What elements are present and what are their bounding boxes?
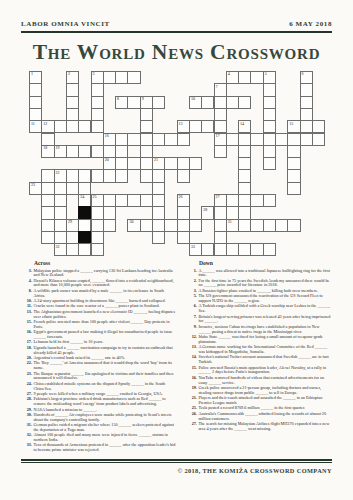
across-heading: Across — [34, 260, 176, 266]
clue-number: 5. — [186, 294, 199, 304]
grid-cell[interactable] — [103, 145, 116, 158]
clue-item: 32.Almost 100 people died and many more … — [21, 433, 176, 443]
grid-cell[interactable]: 7 — [214, 83, 227, 96]
grid-cell[interactable] — [152, 231, 165, 244]
clue-item: 15.Police arrested Russia's main opposit… — [186, 366, 332, 376]
grid-cell[interactable] — [287, 133, 300, 146]
grid-cell[interactable] — [263, 120, 276, 133]
grid-cell[interactable] — [54, 194, 67, 207]
grid-cell[interactable] — [238, 133, 251, 146]
clue-item: 33.Tens of thousands of Armenians protes… — [21, 443, 176, 453]
clue-number: 21. — [186, 396, 199, 406]
grid-cell[interactable] — [41, 133, 54, 146]
grid-cell[interactable] — [127, 133, 140, 146]
clue-item: 19.Greek police uncovered a 21-person gr… — [186, 386, 332, 396]
grid-cell[interactable] — [189, 157, 202, 170]
grid-cell[interactable] — [214, 120, 227, 133]
clue-number: 3. — [21, 269, 34, 279]
cell-number: 19 — [56, 146, 60, 150]
black-cell — [78, 231, 91, 244]
grid-cell[interactable] — [103, 206, 116, 219]
grid-cell[interactable] — [66, 96, 79, 109]
grid-cell[interactable] — [29, 108, 42, 121]
newspaper-page: LABOR OMNIA VINCIT 6 MAY 2018 The World … — [0, 0, 353, 454]
grid-cell[interactable] — [312, 133, 325, 146]
grid-cell[interactable]: 10 — [189, 96, 202, 109]
grid-cell[interactable] — [66, 108, 79, 121]
grid-cell[interactable] — [263, 133, 276, 146]
masthead: LABOR OMNIA VINCIT 6 MAY 2018 — [21, 20, 332, 33]
grid-cell[interactable] — [263, 243, 276, 256]
grid-cell[interactable]: 28 — [201, 206, 214, 219]
grid-cell[interactable] — [238, 182, 251, 195]
grid-cell[interactable] — [152, 182, 165, 195]
grid-cell[interactable]: 25 — [91, 194, 104, 207]
clue-item: 30.Hundreds of ______ Air employees wore… — [21, 413, 176, 423]
grid-cell[interactable]: 29 — [66, 219, 79, 232]
grid-cell[interactable] — [91, 96, 104, 109]
clue-item: 8.A wildlife park owner was mauled by a … — [21, 289, 176, 299]
down-heading: Down — [199, 260, 332, 266]
cell-number: 24 — [80, 195, 84, 199]
grid-cell[interactable] — [91, 120, 104, 133]
grid-cell[interactable]: 17 — [214, 133, 227, 146]
grid-cell[interactable] — [300, 96, 313, 109]
clue-text: For the first time in 75 years the Swedi… — [198, 279, 332, 289]
cell-number: 1 — [31, 72, 33, 76]
grid-cell[interactable] — [127, 194, 140, 207]
grid-cell[interactable] — [41, 169, 54, 182]
grid-cell[interactable] — [54, 120, 67, 133]
clue-item: 23.The Basque separatist ______ Eta apol… — [21, 372, 176, 382]
grid-cell[interactable]: 18 — [41, 145, 54, 158]
clue-text: Malaysian police stopped a ______ carryi… — [34, 269, 176, 279]
grid-cell[interactable] — [152, 194, 165, 207]
clue-text: Greek police uncovered a 21-person group… — [198, 386, 332, 396]
clue-text: China established missile systems on the… — [34, 382, 176, 392]
grid-cell[interactable] — [177, 157, 190, 170]
clue-number: 16. — [21, 330, 34, 340]
grid-cell[interactable] — [300, 120, 313, 133]
clue-number: 16. — [186, 376, 199, 386]
clue-number: 15. — [186, 366, 199, 376]
across-clues: Across 3.Malaysian police stopped a ____… — [21, 260, 176, 454]
cell-number: 13 — [179, 122, 183, 126]
clue-number: 33. — [21, 443, 34, 453]
clue-section: Across 3.Malaysian police stopped a ____… — [21, 260, 332, 454]
grid-cell[interactable] — [263, 145, 276, 158]
clue-item: 3.Malaysian police stopped a ______ carr… — [21, 269, 176, 279]
grid-cell[interactable]: 4 — [226, 71, 239, 84]
grid-cell[interactable] — [152, 96, 165, 109]
grid-cell[interactable] — [300, 108, 313, 121]
cell-number: 7 — [216, 85, 218, 89]
grid-cell[interactable] — [41, 231, 54, 244]
grid-cell[interactable] — [238, 157, 251, 170]
clue-item: 2.For the first time in 75 years the Swe… — [186, 279, 332, 289]
grid-cell[interactable] — [152, 133, 165, 146]
clue-item: 6.A Turkish cargo ship collided with a G… — [186, 304, 332, 314]
grid-cell[interactable] — [152, 169, 165, 182]
clue-number: 9. — [186, 325, 199, 335]
cell-number: 17 — [216, 134, 220, 138]
clue-item: 7.Britain's longest-serving prisoner was… — [186, 315, 332, 325]
grid-cell[interactable]: 26 — [177, 194, 190, 207]
grid-cell[interactable] — [238, 169, 251, 182]
grid-cell[interactable] — [91, 83, 104, 96]
clue-number: 15. — [21, 320, 34, 330]
grid-cell[interactable]: 33 — [189, 243, 202, 256]
clue-item: 28.Pakistan's largest province ordered d… — [21, 397, 176, 407]
grid-cell[interactable] — [140, 157, 153, 170]
grid-cell[interactable] — [140, 194, 153, 207]
clue-text: Egypt's government passed a law making i… — [34, 330, 176, 340]
grid-cell[interactable] — [250, 133, 263, 146]
grid-cell[interactable] — [300, 83, 313, 96]
grid-cell[interactable] — [238, 96, 251, 109]
grid-cell[interactable] — [300, 133, 313, 146]
grid-cell[interactable] — [201, 120, 214, 133]
grid-cell[interactable] — [140, 145, 153, 158]
clue-text: Invasive, noxious Cuban treefrogs have e… — [198, 325, 332, 335]
grid-cell[interactable] — [226, 194, 239, 207]
grid-cell[interactable] — [66, 120, 79, 133]
grid-cell[interactable] — [41, 219, 54, 232]
grid-cell[interactable] — [164, 219, 177, 232]
grid-cell[interactable] — [238, 194, 251, 207]
grid-cell[interactable]: 8 — [115, 96, 128, 109]
clue-number: 13. — [186, 345, 199, 355]
grid-cell[interactable] — [263, 108, 276, 121]
clue-text: Almost 100 people died and many more wer… — [34, 433, 176, 443]
grid-cell[interactable] — [214, 96, 227, 109]
clue-number: 31. — [21, 423, 34, 433]
grid-cell[interactable] — [54, 206, 67, 219]
grid-cell[interactable] — [66, 182, 79, 195]
grid-cell[interactable] — [115, 71, 128, 84]
clue-number: 30. — [21, 413, 34, 423]
grid-cell[interactable] — [177, 231, 190, 244]
grid-cell[interactable] — [250, 194, 263, 207]
clue-number: 28. — [21, 397, 34, 407]
grid-cell[interactable] — [91, 243, 104, 256]
grid-cell[interactable] — [41, 182, 54, 195]
grid-cell[interactable] — [214, 219, 227, 232]
clue-text: Australia's Commonwealth ______ admitted… — [198, 412, 332, 422]
grid-cell[interactable]: 22 — [54, 169, 67, 182]
clue-number: 24. — [21, 382, 34, 392]
cell-number: 4 — [228, 72, 230, 76]
clue-text: Britain's longest-serving prisoner was r… — [198, 315, 332, 325]
clue-item: 12.Idaho State ______ was fined for losi… — [186, 335, 332, 345]
clue-item: 27.The search for missing Malaysian Airl… — [186, 422, 332, 432]
masthead-date: 6 MAY 2018 — [289, 20, 332, 28]
cell-number: 21 — [154, 158, 158, 162]
grid-cell[interactable] — [275, 219, 288, 232]
clue-text: The search for missing Malaysian Airline… — [198, 422, 332, 432]
grid-cell[interactable] — [238, 206, 251, 219]
grid-cell[interactable]: 5 — [263, 71, 276, 84]
grid-cell[interactable] — [140, 120, 153, 133]
grid-cell[interactable] — [263, 194, 276, 207]
clue-text: Tens of thousands of Armenians protested… — [34, 443, 176, 453]
clue-number: 12. — [186, 335, 199, 345]
grid-cell[interactable] — [140, 169, 153, 182]
grid-cell[interactable] — [103, 194, 116, 207]
cell-number: 28 — [203, 208, 207, 212]
clue-number: 32. — [21, 433, 34, 443]
grid-cell[interactable] — [177, 206, 190, 219]
clue-text: A ______ was allowed into a traditional … — [198, 269, 332, 279]
grid-cell[interactable] — [140, 133, 153, 146]
cell-number: 12 — [43, 122, 47, 126]
grid-cell[interactable] — [115, 133, 128, 146]
cell-number: 10 — [191, 97, 195, 101]
clue-number: 4. — [21, 279, 34, 289]
grid-cell[interactable] — [287, 157, 300, 170]
grid-cell[interactable] — [250, 71, 263, 84]
grid-cell[interactable] — [140, 108, 153, 121]
grid-cell[interactable] — [177, 133, 190, 146]
grid-cell[interactable] — [250, 219, 263, 232]
clue-item: 22.The 'Boy ______' of America announced… — [21, 361, 176, 371]
grid-cell[interactable] — [78, 219, 91, 232]
grid-cell[interactable] — [201, 243, 214, 256]
grid-cell[interactable] — [91, 231, 104, 244]
grid-cell[interactable] — [226, 96, 239, 109]
grid-cell[interactable] — [78, 145, 91, 158]
clue-text: The Afghanistan government launched a ne… — [34, 310, 176, 320]
down-clues: Down 1.A ______ was allowed into a tradi… — [186, 260, 332, 454]
clue-item: 18.Uganda launched a ______ vaccination … — [21, 346, 176, 356]
cell-number: 20 — [105, 158, 109, 162]
grid-cell[interactable] — [263, 83, 276, 96]
grid-cell[interactable] — [103, 71, 116, 84]
grid-cell[interactable]: 16 — [103, 133, 116, 146]
clue-number: 19. — [186, 386, 199, 396]
grid-cell[interactable]: 11 — [29, 120, 42, 133]
grid-cell[interactable]: 6 — [300, 71, 313, 84]
grid-cell[interactable]: 14 — [238, 120, 251, 133]
clue-item: 31.German police raided a migrant shelte… — [21, 423, 176, 433]
clue-text: A wildlife park owner was mauled by a ma… — [34, 289, 176, 299]
grid-cell[interactable] — [66, 83, 79, 96]
cell-number: 11 — [31, 122, 35, 126]
grid-cell[interactable]: 12 — [41, 120, 54, 133]
grid-cell[interactable] — [140, 219, 153, 232]
clue-text: Police arrested Russia's main opposition… — [198, 366, 332, 376]
grid-cell[interactable] — [91, 219, 104, 232]
grid-cell[interactable] — [54, 219, 67, 232]
grid-cell[interactable] — [226, 133, 239, 146]
cell-number: 31 — [228, 220, 232, 224]
cell-number: 3 — [93, 72, 95, 76]
grid-cell[interactable] — [127, 157, 140, 170]
grid-cell[interactable] — [226, 206, 239, 219]
clue-number: 22. — [21, 361, 34, 371]
grid-cell[interactable]: 1 — [29, 71, 42, 84]
grid-cell[interactable] — [275, 133, 288, 146]
grid-cell[interactable] — [214, 243, 227, 256]
across-list: 3.Malaysian police stopped a ______ carr… — [21, 269, 176, 454]
grid-cell[interactable] — [54, 231, 67, 244]
grid-cell[interactable] — [214, 206, 227, 219]
grid-cell[interactable]: 9 — [140, 96, 153, 109]
grid-cell[interactable] — [115, 169, 128, 182]
clue-text: German police raided a migrant shelter w… — [34, 423, 176, 433]
grid-cell[interactable]: 15 — [287, 120, 300, 133]
clue-number: 2. — [186, 279, 199, 289]
grid-cell[interactable]: 23 — [29, 182, 42, 195]
grid-cell[interactable] — [238, 243, 251, 256]
grid-cell[interactable] — [78, 182, 91, 195]
grid-cell[interactable] — [115, 145, 128, 158]
grid-cell[interactable] — [78, 120, 91, 133]
cell-number: 2 — [68, 72, 70, 76]
grid-cell[interactable] — [238, 71, 251, 84]
clue-text: A Turkish cargo ship collided with a Gre… — [198, 304, 332, 314]
grid-cell[interactable] — [29, 96, 42, 109]
grid-cell[interactable] — [287, 169, 300, 182]
cell-number: 30 — [129, 220, 133, 224]
grid-cell[interactable] — [214, 108, 227, 121]
grid-cell[interactable] — [115, 194, 128, 207]
grid-cell[interactable]: 30 — [127, 219, 140, 232]
grid-cell[interactable] — [189, 219, 202, 232]
clue-item: 1.A ______ was allowed into a traditiona… — [186, 269, 332, 279]
grid-cell[interactable] — [152, 219, 165, 232]
grid-cell[interactable] — [78, 243, 91, 256]
grid-cell[interactable] — [177, 169, 190, 182]
cell-number: 6 — [302, 72, 304, 76]
cell-number: 18 — [43, 146, 47, 150]
grid-cell[interactable] — [263, 157, 276, 170]
grid-cell[interactable] — [214, 231, 227, 244]
crossword-grid: 1234567891011121314151617181920212223242… — [29, 71, 324, 255]
grid-cell[interactable]: 21 — [152, 157, 165, 170]
clue-text: Hawaii's Kilauea volcano erupted, ______… — [34, 279, 176, 289]
clue-number: 1. — [186, 269, 199, 279]
clue-item: 13.The Afghanistan government launched a… — [21, 310, 176, 320]
grid-cell[interactable]: 31 — [226, 219, 239, 232]
page-footer: © 2018, THE KOMIŽA CROSSWORD COMPANY — [21, 459, 332, 474]
clue-item: 13.A German nurse working for the Intern… — [186, 345, 332, 355]
grid-cell[interactable] — [66, 243, 79, 256]
grid-cell[interactable] — [41, 206, 54, 219]
grid-cell[interactable] — [164, 133, 177, 146]
grid-cell[interactable] — [91, 108, 104, 121]
down-list: 1.A ______ was allowed into a traditiona… — [186, 269, 332, 432]
grid-cell[interactable] — [54, 182, 67, 195]
clue-text: YouTube removed hundreds of videos that … — [198, 376, 332, 386]
grid-cell[interactable] — [312, 120, 325, 133]
clue-number: 18. — [21, 346, 34, 356]
cell-number: 14 — [240, 122, 244, 126]
grid-cell[interactable] — [164, 157, 177, 170]
grid-cell[interactable]: 24 — [78, 194, 91, 207]
cell-number: 32 — [56, 245, 60, 249]
grid-cell[interactable] — [287, 145, 300, 158]
grid-cell[interactable] — [238, 145, 251, 158]
clue-number: 26. — [186, 412, 199, 422]
black-cell — [78, 206, 91, 219]
grid-cell[interactable]: 2 — [66, 71, 79, 84]
grid-cell[interactable] — [127, 71, 140, 84]
grid-cell[interactable] — [66, 145, 79, 158]
grid-cell[interactable] — [226, 243, 239, 256]
clue-text: The US government announced the reactiva… — [198, 294, 332, 304]
grid-cell[interactable] — [152, 206, 165, 219]
grid-cell[interactable] — [91, 169, 104, 182]
grid-cell[interactable]: 27 — [214, 194, 227, 207]
grid-cell[interactable] — [177, 219, 190, 232]
clue-number: 23. — [21, 372, 34, 382]
grid-cell[interactable]: 32 — [54, 243, 67, 256]
cell-number: 5 — [265, 72, 267, 76]
grid-cell[interactable] — [287, 182, 300, 195]
clue-text: Hundreds of ______ Air employees wore ma… — [34, 413, 176, 423]
grid-cell[interactable] — [189, 120, 202, 133]
clue-item: 5.The US government announced the reacti… — [186, 294, 332, 304]
grid-cell[interactable]: 19 — [54, 145, 67, 158]
grid-cell[interactable] — [127, 96, 140, 109]
grid-cell[interactable]: 3 — [91, 71, 104, 84]
grid-cell[interactable] — [263, 96, 276, 109]
cell-number: 29 — [68, 220, 72, 224]
grid-cell[interactable] — [287, 219, 300, 232]
cell-number: 16 — [105, 134, 109, 138]
masthead-motto: LABOR OMNIA VINCIT — [21, 20, 110, 28]
clue-number: 13. — [21, 310, 34, 320]
footer-rule-thin — [21, 462, 332, 463]
clue-item: 9.Invasive, noxious Cuban treefrogs have… — [186, 325, 332, 335]
grid-cell[interactable] — [78, 169, 91, 182]
clue-item: 26.Australia's Commonwealth ______ admit… — [186, 412, 332, 422]
copyright-line: © 2018, THE KOMIŽA CROSSWORD COMPANY — [21, 467, 332, 474]
grid-cell[interactable] — [250, 243, 263, 256]
cell-number: 22 — [56, 171, 60, 175]
grid-cell[interactable] — [29, 83, 42, 96]
clue-item: 4.Hawaii's Kilauea volcano erupted, ____… — [21, 279, 176, 289]
grid-cell[interactable] — [41, 194, 54, 207]
cell-number: 26 — [179, 195, 183, 199]
clue-item: 16.YouTube removed hundreds of videos th… — [186, 376, 332, 386]
clue-text: French police arrested more than 100 peo… — [34, 320, 176, 330]
clue-item: 15.French police arrested more than 100 … — [21, 320, 176, 330]
clue-text: Players and their coach attacked and ass… — [198, 396, 332, 406]
grid-cell[interactable] — [201, 96, 214, 109]
grid-cell[interactable] — [103, 169, 116, 182]
grid-cell[interactable] — [66, 169, 79, 182]
clue-number: 6. — [186, 304, 199, 314]
grid-cell[interactable] — [103, 219, 116, 232]
grid-cell[interactable] — [263, 219, 276, 232]
grid-cell[interactable] — [91, 206, 104, 219]
clue-text: A German nurse working for the Internati… — [198, 345, 332, 355]
footer-rule-thick — [21, 459, 332, 461]
clue-number: 27. — [186, 422, 199, 432]
grid-cell[interactable] — [115, 157, 128, 170]
grid-cell[interactable] — [214, 145, 227, 158]
clue-number: 14. — [186, 355, 199, 365]
grid-cell[interactable] — [238, 219, 251, 232]
clue-text: The 'Boy ______' of America announced th… — [34, 361, 176, 371]
cell-number: 27 — [216, 195, 220, 199]
grid-cell[interactable]: 13 — [177, 120, 190, 133]
cell-number: 25 — [93, 195, 97, 199]
grid-cell[interactable]: 20 — [103, 157, 116, 170]
grid-cell[interactable] — [91, 145, 104, 158]
